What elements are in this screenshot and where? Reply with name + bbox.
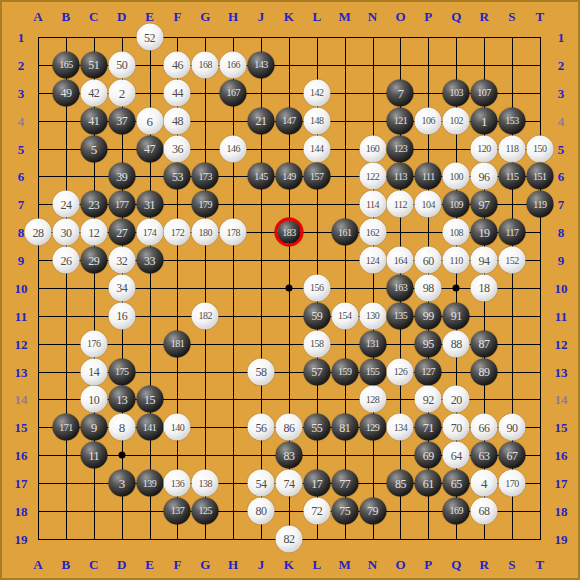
col-label-top-p: P (424, 10, 432, 23)
stone-q9-move-110[interactable]: 110 (443, 247, 470, 274)
board-cell (177, 260, 205, 288)
row-label-left-6: 6 (18, 170, 25, 183)
stone-r8-move-19[interactable]: 19 (471, 219, 498, 246)
board-cell (38, 455, 66, 483)
stone-r4-move-1[interactable]: 1 (471, 107, 498, 134)
board-cell (289, 37, 317, 65)
row-label-left-13: 13 (15, 365, 28, 378)
stone-b7-move-24[interactable]: 24 (52, 191, 79, 218)
stone-p16-move-69[interactable]: 69 (415, 442, 442, 469)
col-label-bottom-o: O (395, 558, 405, 571)
board-cell (345, 65, 373, 93)
stone-j2-move-143[interactable]: 143 (248, 51, 275, 78)
stone-c7-move-23[interactable]: 23 (80, 191, 107, 218)
board-cell (345, 93, 373, 121)
stone-n12-move-131[interactable]: 131 (359, 330, 386, 357)
col-label-bottom-l: L (312, 558, 321, 571)
stone-r6-move-96[interactable]: 96 (471, 163, 498, 190)
stone-f15-move-140[interactable]: 140 (164, 414, 191, 441)
stone-p15-move-71[interactable]: 71 (415, 414, 442, 441)
board-cell (261, 260, 289, 288)
row-label-left-19: 19 (15, 532, 28, 545)
row-label-left-15: 15 (15, 421, 28, 434)
col-label-top-a: A (33, 10, 42, 23)
col-label-bottom-h: H (228, 558, 238, 571)
row-label-right-12: 12 (555, 337, 568, 350)
board-cell (373, 37, 401, 65)
stone-s4-move-153[interactable]: 153 (498, 107, 525, 134)
stone-e15-move-141[interactable]: 141 (136, 414, 163, 441)
row-label-right-2: 2 (558, 58, 565, 71)
stone-p12-move-95[interactable]: 95 (415, 330, 442, 357)
stone-h3-move-167[interactable]: 167 (220, 79, 247, 106)
stone-d13-move-175[interactable]: 175 (108, 358, 135, 385)
stone-n11-move-130[interactable]: 130 (359, 302, 386, 329)
stone-q18-move-169[interactable]: 169 (443, 497, 470, 524)
stone-h5-move-146[interactable]: 146 (220, 135, 247, 162)
stone-p9-move-60[interactable]: 60 (415, 247, 442, 274)
board-cell (233, 288, 261, 316)
stone-l3-move-142[interactable]: 142 (303, 79, 330, 106)
col-label-bottom-b: B (62, 558, 71, 571)
row-label-right-17: 17 (555, 477, 568, 490)
star-point-q10 (453, 284, 460, 291)
col-label-bottom-q: Q (451, 558, 461, 571)
col-label-top-n: N (368, 10, 377, 23)
board-cell (205, 344, 233, 372)
row-label-left-4: 4 (18, 114, 25, 127)
stone-r16-move-63[interactable]: 63 (471, 442, 498, 469)
stone-r5-move-120[interactable]: 120 (471, 135, 498, 162)
stone-b9-move-26[interactable]: 26 (52, 247, 79, 274)
stone-m17-move-77[interactable]: 77 (331, 470, 358, 497)
row-label-left-9: 9 (18, 254, 25, 267)
stone-e5-move-47[interactable]: 47 (136, 135, 163, 162)
row-label-right-19: 19 (555, 532, 568, 545)
board-cell (512, 511, 540, 539)
stone-q12-move-88[interactable]: 88 (443, 330, 470, 357)
board-cell (205, 260, 233, 288)
stone-l10-move-156[interactable]: 156 (303, 274, 330, 301)
stone-p13-move-127[interactable]: 127 (415, 358, 442, 385)
board-cell (205, 427, 233, 455)
board-cell (317, 37, 345, 65)
row-label-left-3: 3 (18, 86, 25, 99)
col-label-bottom-d: D (117, 558, 126, 571)
stone-b15-move-171[interactable]: 171 (52, 414, 79, 441)
last-move-marker-stone-k8[interactable]: 183 (274, 218, 303, 247)
stone-r18-move-68[interactable]: 68 (471, 497, 498, 524)
stone-s17-move-170[interactable]: 170 (498, 470, 525, 497)
stone-f6-move-53[interactable]: 53 (164, 163, 191, 190)
stone-e4-move-6[interactable]: 6 (136, 107, 163, 134)
stone-q7-move-109[interactable]: 109 (443, 191, 470, 218)
stone-p10-move-98[interactable]: 98 (415, 274, 442, 301)
stone-l18-move-72[interactable]: 72 (303, 497, 330, 524)
col-label-bottom-k: K (284, 558, 294, 571)
row-label-right-16: 16 (555, 449, 568, 462)
stone-r9-move-94[interactable]: 94 (471, 247, 498, 274)
stone-f4-move-48[interactable]: 48 (164, 107, 191, 134)
stone-o6-move-113[interactable]: 113 (387, 163, 414, 190)
row-label-right-1: 1 (558, 31, 565, 44)
stone-d4-move-37[interactable]: 37 (108, 107, 135, 134)
board-cell (150, 288, 178, 316)
stone-n6-move-122[interactable]: 122 (359, 163, 386, 190)
row-label-right-8: 8 (558, 226, 565, 239)
stone-h2-move-166[interactable]: 166 (220, 51, 247, 78)
board-cell (38, 344, 66, 372)
stone-l5-move-144[interactable]: 144 (303, 135, 330, 162)
stone-e8-move-174[interactable]: 174 (136, 219, 163, 246)
stone-a8-move-28[interactable]: 28 (25, 219, 52, 246)
stone-p6-move-111[interactable]: 111 (415, 163, 442, 190)
stone-t6-move-151[interactable]: 151 (526, 163, 553, 190)
col-label-top-m: M (339, 10, 351, 23)
stone-o9-move-164[interactable]: 164 (387, 247, 414, 274)
stone-q11-move-91[interactable]: 91 (443, 302, 470, 329)
stone-r17-move-4[interactable]: 4 (471, 470, 498, 497)
stone-j18-move-80[interactable]: 80 (248, 497, 275, 524)
board-cell (205, 399, 233, 427)
go-board[interactable]: AABBCCDDEEFFGGHHJJKKLLMMNNOOPPQQRRSSTT11… (0, 0, 580, 580)
row-label-left-7: 7 (18, 198, 25, 211)
stone-e7-move-31[interactable]: 31 (136, 191, 163, 218)
stone-f3-move-44[interactable]: 44 (164, 79, 191, 106)
stone-p11-move-99[interactable]: 99 (415, 302, 442, 329)
stone-c4-move-41[interactable]: 41 (80, 107, 107, 134)
stone-d11-move-16[interactable]: 16 (108, 302, 135, 329)
row-label-right-4: 4 (558, 114, 565, 127)
stone-g7-move-179[interactable]: 179 (192, 191, 219, 218)
stone-l6-move-157[interactable]: 157 (303, 163, 330, 190)
stone-d10-move-34[interactable]: 34 (108, 274, 135, 301)
stone-k17-move-74[interactable]: 74 (275, 470, 302, 497)
col-label-bottom-e: E (145, 558, 154, 571)
col-label-bottom-t: T (535, 558, 544, 571)
stone-r13-move-89[interactable]: 89 (471, 358, 498, 385)
stone-s9-move-152[interactable]: 152 (498, 247, 525, 274)
board-cell (233, 316, 261, 344)
stone-o3-move-7[interactable]: 7 (387, 79, 414, 106)
stone-o10-move-163[interactable]: 163 (387, 274, 414, 301)
stone-g18-move-125[interactable]: 125 (192, 497, 219, 524)
stone-o15-move-134[interactable]: 134 (387, 414, 414, 441)
stone-q4-move-102[interactable]: 102 (443, 107, 470, 134)
star-point-d16 (118, 452, 125, 459)
stone-l13-move-57[interactable]: 57 (303, 358, 330, 385)
stone-p17-move-61[interactable]: 61 (415, 470, 442, 497)
stone-n9-move-124[interactable]: 124 (359, 247, 386, 274)
board-cell (38, 288, 66, 316)
board-cell (122, 511, 150, 539)
stone-d9-move-32[interactable]: 32 (108, 247, 135, 274)
stone-n7-move-114[interactable]: 114 (359, 191, 386, 218)
board-cell (512, 37, 540, 65)
stone-m13-move-159[interactable]: 159 (331, 358, 358, 385)
stone-k19-move-82[interactable]: 82 (275, 525, 302, 552)
col-label-bottom-g: G (200, 558, 210, 571)
row-label-left-12: 12 (15, 337, 28, 350)
board-cell (66, 483, 94, 511)
col-label-bottom-p: P (424, 558, 432, 571)
col-label-bottom-m: M (339, 558, 351, 571)
stone-o13-move-126[interactable]: 126 (387, 358, 414, 385)
stone-t7-move-119[interactable]: 119 (526, 191, 553, 218)
row-label-right-6: 6 (558, 170, 565, 183)
stone-l12-move-158[interactable]: 158 (303, 330, 330, 357)
board-cell (66, 511, 94, 539)
row-label-right-15: 15 (555, 421, 568, 434)
stone-p4-move-106[interactable]: 106 (415, 107, 442, 134)
stone-q17-move-65[interactable]: 65 (443, 470, 470, 497)
col-label-top-o: O (395, 10, 405, 23)
board-cell (94, 511, 122, 539)
stone-m8-move-161[interactable]: 161 (331, 219, 358, 246)
stone-f18-move-137[interactable]: 137 (164, 497, 191, 524)
col-label-top-l: L (312, 10, 321, 23)
col-label-top-h: H (228, 10, 238, 23)
stone-j4-move-21[interactable]: 21 (248, 107, 275, 134)
col-label-bottom-a: A (33, 558, 42, 571)
stone-q6-move-100[interactable]: 100 (443, 163, 470, 190)
board-cell (261, 316, 289, 344)
stone-c12-move-176[interactable]: 176 (80, 330, 107, 357)
row-label-right-11: 11 (555, 309, 567, 322)
row-label-left-1: 1 (18, 31, 25, 44)
stone-b3-move-49[interactable]: 49 (52, 79, 79, 106)
row-label-left-14: 14 (15, 393, 28, 406)
stone-s8-move-117[interactable]: 117 (498, 219, 525, 246)
stone-d15-move-8[interactable]: 8 (108, 414, 135, 441)
row-label-left-10: 10 (15, 281, 28, 294)
stone-s5-move-118[interactable]: 118 (498, 135, 525, 162)
col-label-bottom-s: S (508, 558, 515, 571)
stone-r12-move-87[interactable]: 87 (471, 330, 498, 357)
stone-n5-move-160[interactable]: 160 (359, 135, 386, 162)
stone-d3-move-2[interactable]: 2 (108, 79, 135, 106)
stone-n18-move-79[interactable]: 79 (359, 497, 386, 524)
stone-e17-move-139[interactable]: 139 (136, 470, 163, 497)
stone-b2-move-165[interactable]: 165 (52, 51, 79, 78)
stone-m18-move-75[interactable]: 75 (331, 497, 358, 524)
stone-q8-move-108[interactable]: 108 (443, 219, 470, 246)
row-label-left-5: 5 (18, 142, 25, 155)
row-label-left-8: 8 (18, 226, 25, 239)
stone-l4-move-148[interactable]: 148 (303, 107, 330, 134)
board-cell (512, 65, 540, 93)
stone-m11-move-154[interactable]: 154 (331, 302, 358, 329)
stone-r15-move-66[interactable]: 66 (471, 414, 498, 441)
board-cell (205, 372, 233, 400)
stone-f12-move-181[interactable]: 181 (164, 330, 191, 357)
row-label-right-3: 3 (558, 86, 565, 99)
row-label-left-18: 18 (15, 504, 28, 517)
col-label-top-c: C (89, 10, 98, 23)
row-label-left-16: 16 (15, 449, 28, 462)
board-cell (456, 37, 484, 65)
col-label-top-j: J (258, 10, 265, 23)
stone-c15-move-9[interactable]: 9 (80, 414, 107, 441)
stone-f5-move-36[interactable]: 36 (164, 135, 191, 162)
col-label-top-k: K (284, 10, 294, 23)
col-label-bottom-n: N (368, 558, 377, 571)
stone-s15-move-90[interactable]: 90 (498, 414, 525, 441)
stone-d17-move-3[interactable]: 3 (108, 470, 135, 497)
row-label-right-10: 10 (555, 281, 568, 294)
col-label-top-g: G (200, 10, 210, 23)
row-label-right-9: 9 (558, 254, 565, 267)
board-cell (345, 37, 373, 65)
board-cell (38, 149, 66, 177)
stone-q3-move-103[interactable]: 103 (443, 79, 470, 106)
board-cell (428, 37, 456, 65)
stone-t5-move-150[interactable]: 150 (526, 135, 553, 162)
stone-k16-move-83[interactable]: 83 (275, 442, 302, 469)
board-cell (261, 288, 289, 316)
stone-p7-move-104[interactable]: 104 (415, 191, 442, 218)
row-label-left-17: 17 (15, 477, 28, 490)
board-cell (400, 37, 428, 65)
stone-n8-move-162[interactable]: 162 (359, 219, 386, 246)
board-cell (512, 316, 540, 344)
stone-c9-move-29[interactable]: 29 (80, 247, 107, 274)
stone-o4-move-121[interactable]: 121 (387, 107, 414, 134)
col-label-top-e: E (145, 10, 154, 23)
star-point-k10 (285, 284, 292, 291)
stone-c8-move-12[interactable]: 12 (80, 219, 107, 246)
board-cell (233, 260, 261, 288)
stone-r7-move-97[interactable]: 97 (471, 191, 498, 218)
stone-l17-move-17[interactable]: 17 (303, 470, 330, 497)
stone-c2-move-51[interactable]: 51 (80, 51, 107, 78)
stone-g2-move-168[interactable]: 168 (192, 51, 219, 78)
stone-s16-move-67[interactable]: 67 (498, 442, 525, 469)
col-label-top-r: R (479, 10, 488, 23)
col-label-top-f: F (173, 10, 181, 23)
stone-g17-move-138[interactable]: 138 (192, 470, 219, 497)
board-cell (512, 344, 540, 372)
stone-n14-move-128[interactable]: 128 (359, 386, 386, 413)
stone-f17-move-136[interactable]: 136 (164, 470, 191, 497)
board-cell (400, 511, 428, 539)
col-label-bottom-j: J (258, 558, 265, 571)
board-cell (484, 37, 512, 65)
stone-f8-move-172[interactable]: 172 (164, 219, 191, 246)
stone-c14-move-10[interactable]: 10 (80, 386, 107, 413)
stone-c13-move-14[interactable]: 14 (80, 358, 107, 385)
col-label-top-b: B (62, 10, 71, 23)
col-label-bottom-f: F (173, 558, 181, 571)
board-cell (512, 288, 540, 316)
stone-d8-move-27[interactable]: 27 (108, 219, 135, 246)
stone-e14-move-15[interactable]: 15 (136, 386, 163, 413)
stone-s6-move-115[interactable]: 115 (498, 163, 525, 190)
stone-d6-move-39[interactable]: 39 (108, 163, 135, 190)
board-cell (38, 372, 66, 400)
stone-o7-move-112[interactable]: 112 (387, 191, 414, 218)
board-cell (66, 288, 94, 316)
stone-d2-move-50[interactable]: 50 (108, 51, 135, 78)
board-cell (177, 372, 205, 400)
stone-c3-move-42[interactable]: 42 (80, 79, 107, 106)
col-label-top-d: D (117, 10, 126, 23)
stone-k6-move-149[interactable]: 149 (275, 163, 302, 190)
stone-l15-move-55[interactable]: 55 (303, 414, 330, 441)
col-label-top-q: Q (451, 10, 461, 23)
stone-d14-move-13[interactable]: 13 (108, 386, 135, 413)
stone-g6-move-173[interactable]: 173 (192, 163, 219, 190)
stone-o5-move-123[interactable]: 123 (387, 135, 414, 162)
stone-j15-move-56[interactable]: 56 (248, 414, 275, 441)
board-cell (38, 511, 66, 539)
stone-r3-move-107[interactable]: 107 (471, 79, 498, 106)
stone-j13-move-58[interactable]: 58 (248, 358, 275, 385)
row-label-left-2: 2 (18, 58, 25, 71)
stone-g8-move-180[interactable]: 180 (192, 219, 219, 246)
stone-q16-move-64[interactable]: 64 (443, 442, 470, 469)
row-label-right-18: 18 (555, 504, 568, 517)
stone-k4-move-147[interactable]: 147 (275, 107, 302, 134)
stone-j6-move-145[interactable]: 145 (248, 163, 275, 190)
row-label-right-13: 13 (555, 365, 568, 378)
stone-j17-move-54[interactable]: 54 (248, 470, 275, 497)
stone-n15-move-129[interactable]: 129 (359, 414, 386, 441)
stone-p14-move-92[interactable]: 92 (415, 386, 442, 413)
col-label-top-s: S (508, 10, 515, 23)
stone-g11-move-182[interactable]: 182 (192, 302, 219, 329)
stone-q14-move-20[interactable]: 20 (443, 386, 470, 413)
board-cell (38, 483, 66, 511)
row-label-left-11: 11 (15, 309, 27, 322)
col-label-bottom-c: C (89, 558, 98, 571)
board-cell (512, 372, 540, 400)
stone-c16-move-11[interactable]: 11 (80, 442, 107, 469)
row-label-right-14: 14 (555, 393, 568, 406)
stone-c5-move-5[interactable]: 5 (80, 135, 107, 162)
stone-m15-move-81[interactable]: 81 (331, 414, 358, 441)
row-label-right-7: 7 (558, 198, 565, 211)
board-cell (38, 121, 66, 149)
stone-b8-move-30[interactable]: 30 (52, 219, 79, 246)
row-label-right-5: 5 (558, 142, 565, 155)
stone-e1-move-52[interactable]: 52 (136, 24, 163, 51)
stone-h8-move-178[interactable]: 178 (220, 219, 247, 246)
col-label-bottom-r: R (479, 558, 488, 571)
stone-d7-move-177[interactable]: 177 (108, 191, 135, 218)
board-cell (38, 316, 66, 344)
stone-f2-move-46[interactable]: 46 (164, 51, 191, 78)
col-label-top-t: T (535, 10, 544, 23)
stone-r10-move-18[interactable]: 18 (471, 274, 498, 301)
stone-e9-move-33[interactable]: 33 (136, 247, 163, 274)
stone-q15-move-70[interactable]: 70 (443, 414, 470, 441)
stone-l11-move-59[interactable]: 59 (303, 302, 330, 329)
stone-n13-move-155[interactable]: 155 (359, 358, 386, 385)
stone-k15-move-86[interactable]: 86 (275, 414, 302, 441)
stone-o17-move-85[interactable]: 85 (387, 470, 414, 497)
stone-o11-move-135[interactable]: 135 (387, 302, 414, 329)
